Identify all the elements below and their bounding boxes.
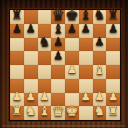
- white-pawn-g2[interactable]: ♟: [94, 92, 104, 102]
- square-d4[interactable]: [51, 65, 65, 79]
- square-a4[interactable]: [10, 65, 24, 79]
- square-g6[interactable]: ♟: [93, 38, 107, 52]
- square-f6[interactable]: [79, 38, 93, 52]
- square-d5[interactable]: ♟: [51, 51, 65, 65]
- square-c1[interactable]: ♝: [38, 106, 52, 120]
- black-rook-a8[interactable]: ♜: [11, 10, 22, 20]
- square-g8[interactable]: ♞: [93, 10, 107, 24]
- black-rook-h8[interactable]: ♜: [108, 10, 119, 20]
- square-e1[interactable]: ♚: [65, 106, 79, 120]
- square-f5[interactable]: [79, 51, 93, 65]
- square-d1[interactable]: ♛: [51, 106, 65, 120]
- square-b5[interactable]: [24, 51, 38, 65]
- square-c6[interactable]: ♞: [38, 38, 52, 52]
- white-knight-b1[interactable]: ♞: [25, 106, 37, 116]
- square-b6[interactable]: [24, 38, 38, 52]
- square-e4[interactable]: ♟: [65, 65, 79, 79]
- square-c4[interactable]: [38, 65, 52, 79]
- square-f1[interactable]: [79, 106, 93, 120]
- black-knight-g8[interactable]: ♞: [94, 10, 106, 20]
- white-bishop-g4[interactable]: ♝: [94, 65, 106, 75]
- square-b4[interactable]: [24, 65, 38, 79]
- black-pawn-h7[interactable]: ♟: [108, 24, 118, 34]
- square-e3[interactable]: [65, 79, 79, 93]
- square-e7[interactable]: ♟: [65, 24, 79, 38]
- square-c8[interactable]: [38, 10, 52, 24]
- black-bishop-f8[interactable]: ♝: [80, 10, 92, 20]
- white-pawn-a2[interactable]: ♟: [12, 92, 22, 102]
- square-a6[interactable]: [10, 38, 24, 52]
- black-pawn-e7[interactable]: ♟: [67, 24, 77, 34]
- square-c5[interactable]: [38, 51, 52, 65]
- white-rook-a1[interactable]: ♜: [11, 106, 22, 116]
- white-knight-g1[interactable]: ♞: [94, 106, 106, 116]
- square-d3[interactable]: [51, 79, 65, 93]
- black-pawn-d5[interactable]: ♟: [53, 51, 63, 61]
- square-e6[interactable]: [65, 38, 79, 52]
- black-pawn-g6[interactable]: ♟: [94, 37, 104, 47]
- square-h6[interactable]: [106, 38, 120, 52]
- square-f7[interactable]: ♟: [79, 24, 93, 38]
- black-pawn-f7[interactable]: ♟: [81, 24, 91, 34]
- square-h7[interactable]: ♟: [106, 24, 120, 38]
- black-pawn-b7[interactable]: ♟: [26, 24, 36, 34]
- black-knight-c6[interactable]: ♞: [39, 37, 51, 47]
- white-king-e1[interactable]: ♚: [65, 106, 78, 116]
- black-queen-d8[interactable]: ♛: [52, 10, 65, 20]
- square-a7[interactable]: ♟: [10, 24, 24, 38]
- square-a5[interactable]: [10, 51, 24, 65]
- white-pawn-c2[interactable]: ♟: [39, 92, 49, 102]
- square-a1[interactable]: ♜: [10, 106, 24, 120]
- chess-board[interactable]: ♜♛♚♝♞♜♟♟♝♟♟♟♞♟♟♟♟♝♟♟♟♟♟♟♜♞♝♛♚♞♜: [9, 9, 121, 121]
- black-pawn-a7[interactable]: ♟: [12, 24, 22, 34]
- white-rook-h1[interactable]: ♜: [108, 106, 119, 116]
- white-pawn-h2[interactable]: ♟: [108, 92, 118, 102]
- square-g4[interactable]: ♝: [93, 65, 107, 79]
- frame-bottom-highlight: [2, 125, 126, 127]
- white-bishop-c1[interactable]: ♝: [39, 106, 51, 116]
- square-h4[interactable]: [106, 65, 120, 79]
- black-king-e8[interactable]: ♚: [65, 10, 78, 20]
- white-pawn-b2[interactable]: ♟: [26, 92, 36, 102]
- white-pawn-e4[interactable]: ♟: [67, 65, 77, 75]
- white-queen-d1[interactable]: ♛: [52, 106, 65, 116]
- square-h1[interactable]: ♜: [106, 106, 120, 120]
- square-h5[interactable]: [106, 51, 120, 65]
- square-f4[interactable]: [79, 65, 93, 79]
- white-pawn-f2[interactable]: ♟: [81, 92, 91, 102]
- square-g1[interactable]: ♞: [93, 106, 107, 120]
- black-pawn-d6[interactable]: ♟: [53, 37, 63, 47]
- square-b1[interactable]: ♞: [24, 106, 38, 120]
- chess-app-screen: { "game": "chess", "view": "3d-wooden-bo…: [0, 0, 128, 128]
- square-b7[interactable]: ♟: [24, 24, 38, 38]
- square-f2[interactable]: ♟: [79, 93, 93, 107]
- black-bishop-d7[interactable]: ♝: [52, 24, 64, 34]
